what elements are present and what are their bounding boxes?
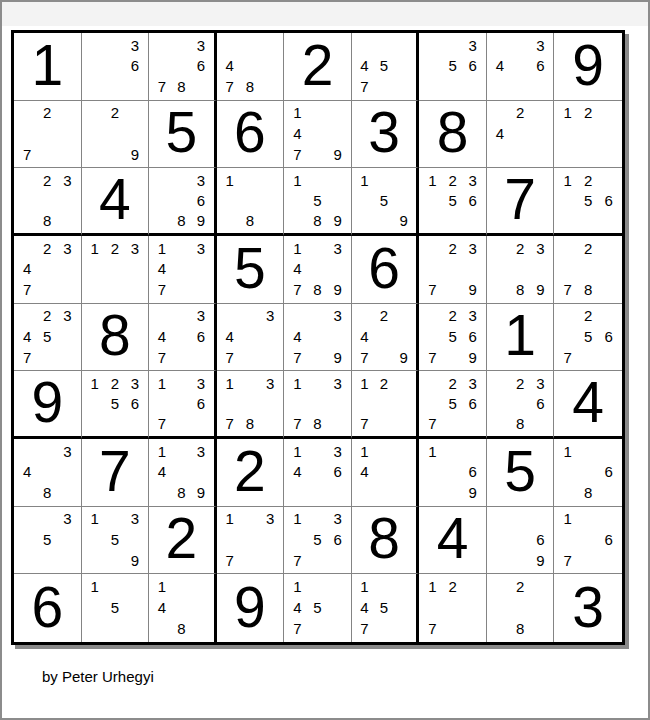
candidate-digit: 1 (355, 170, 375, 190)
candidate-slot-empty (530, 509, 550, 530)
candidate-slot-empty (394, 56, 414, 77)
given-digit: 6 (31, 579, 63, 636)
pencil-marks: 235679 (422, 306, 483, 368)
candidate-slot-empty (374, 393, 394, 413)
cell-r2c4[interactable]: 6 (217, 101, 285, 169)
cell-r1c6[interactable]: 457 (352, 33, 420, 101)
cell-r5c4[interactable]: 347 (217, 304, 285, 372)
candidate-slot-empty (557, 210, 578, 230)
pencil-marks: 28 (490, 576, 551, 639)
candidate-slot-empty (152, 618, 172, 639)
candidate-slot-empty (374, 462, 394, 483)
cell-r8c4[interactable]: 137 (217, 507, 285, 575)
candidate-digit: 3 (191, 35, 211, 56)
candidate-slot-empty (220, 190, 240, 210)
candidate-digit: 7 (557, 279, 578, 300)
pencil-marks: 69 (490, 509, 551, 571)
candidate-slot-empty (105, 56, 125, 77)
pencil-marks: 123 (85, 238, 146, 300)
candidate-slot-empty (355, 210, 375, 230)
cell-r7c2[interactable]: 7 (82, 439, 150, 507)
candidate-digit: 9 (463, 347, 483, 368)
candidate-slot-empty (37, 190, 57, 210)
cell-r4c1[interactable]: 2347 (14, 236, 82, 304)
candidate-digit: 7 (355, 618, 375, 639)
candidate-slot-empty (394, 482, 414, 503)
candidate-slot-empty (57, 144, 77, 165)
candidate-digit: 1 (287, 238, 307, 259)
cell-r7c4[interactable]: 2 (217, 439, 285, 507)
candidate-slot-empty (510, 509, 530, 530)
candidate-slot-empty (598, 306, 619, 327)
pencil-marks: 137 (220, 509, 281, 571)
candidate-slot-empty (463, 413, 483, 433)
candidate-slot-empty (578, 509, 599, 530)
candidate-digit: 1 (220, 373, 240, 393)
candidate-slot-empty (328, 259, 348, 280)
pencil-marks: 2379 (422, 238, 483, 300)
candidate-digit: 5 (307, 190, 327, 210)
pencil-marks: 1346 (287, 441, 348, 503)
cell-r5c5[interactable]: 3479 (284, 304, 352, 372)
candidate-digit: 4 (355, 56, 375, 77)
sudoku-board: 1363678478245735634692729561479382412238… (11, 30, 625, 645)
candidate-slot-empty (307, 509, 327, 530)
cell-r1c5[interactable]: 2 (284, 33, 352, 101)
cell-r5c1[interactable]: 23457 (14, 304, 82, 372)
candidate-digit: 6 (328, 462, 348, 483)
cell-r5c2[interactable]: 8 (82, 304, 150, 372)
candidate-digit: 9 (394, 347, 414, 368)
candidate-slot-empty (530, 144, 550, 165)
cell-r5c6[interactable]: 2479 (352, 304, 420, 372)
cell-r3c9[interactable]: 1256 (554, 168, 622, 236)
given-digit: 2 (166, 510, 198, 567)
cell-r2c2[interactable]: 29 (82, 101, 150, 169)
candidate-digit: 5 (443, 56, 463, 77)
candidate-digit: 1 (220, 170, 240, 190)
candidate-slot-empty (85, 76, 105, 97)
cell-r1c2[interactable]: 36 (82, 33, 150, 101)
candidate-slot-empty (422, 76, 442, 97)
cell-r4c4[interactable]: 5 (217, 236, 285, 304)
candidate-slot-empty (287, 190, 307, 210)
cell-r7c6[interactable]: 14 (352, 439, 420, 507)
candidate-slot-empty (125, 597, 145, 618)
cell-r2c7[interactable]: 8 (419, 101, 487, 169)
candidate-slot-empty (260, 56, 280, 77)
candidate-slot-empty (17, 482, 37, 503)
candidate-slot-empty (530, 123, 550, 144)
cell-r4c9[interactable]: 278 (554, 236, 622, 304)
cell-r4c8[interactable]: 2389 (487, 236, 555, 304)
candidate-slot-empty (355, 190, 375, 210)
candidate-digit: 6 (191, 56, 211, 77)
candidate-slot-empty (490, 35, 510, 56)
candidate-digit: 3 (191, 238, 211, 259)
given-digit: 9 (234, 579, 266, 636)
candidate-slot-empty (307, 103, 327, 124)
pencil-marks: 457 (355, 35, 414, 97)
cell-r1c7[interactable]: 356 (419, 33, 487, 101)
cell-r7c8[interactable]: 5 (487, 439, 555, 507)
candidate-slot-empty (220, 529, 240, 550)
cell-r3c8[interactable]: 7 (487, 168, 555, 236)
candidate-digit: 1 (85, 509, 105, 530)
candidate-slot-empty (307, 259, 327, 280)
candidate-slot-empty (490, 279, 510, 300)
cell-r4c6[interactable]: 6 (352, 236, 420, 304)
candidate-slot-empty (307, 482, 327, 503)
pencil-marks: 127 (422, 576, 483, 639)
candidate-slot-empty (152, 190, 172, 210)
candidate-digit: 2 (443, 238, 463, 259)
candidate-slot-empty (240, 347, 260, 368)
candidate-digit: 2 (105, 103, 125, 124)
candidate-digit: 7 (152, 76, 172, 97)
cell-r6c5[interactable]: 1378 (284, 371, 352, 439)
candidate-slot-empty (220, 393, 240, 413)
candidate-digit: 9 (191, 210, 211, 230)
candidate-digit: 9 (463, 482, 483, 503)
candidate-slot-empty (152, 35, 172, 56)
candidate-slot-empty (172, 259, 192, 280)
candidate-slot-empty (152, 482, 172, 503)
candidate-digit: 1 (152, 238, 172, 259)
candidate-slot-empty (172, 393, 192, 413)
cell-r8c9[interactable]: 167 (554, 507, 622, 575)
candidate-digit: 1 (557, 441, 578, 462)
cell-r7c3[interactable]: 13489 (149, 439, 217, 507)
given-digit: 8 (99, 307, 131, 364)
candidate-slot-empty (598, 259, 619, 280)
candidate-slot-empty (422, 462, 442, 483)
cell-r3c3[interactable]: 3689 (149, 168, 217, 236)
candidate-slot-empty (85, 413, 105, 433)
candidate-digit: 3 (57, 509, 77, 530)
candidate-digit: 3 (463, 35, 483, 56)
candidate-digit: 7 (152, 413, 172, 433)
candidate-digit: 3 (125, 509, 145, 530)
given-digit: 5 (166, 104, 198, 161)
candidate-digit: 7 (220, 76, 240, 97)
candidate-slot-empty (172, 413, 192, 433)
pencil-marks: 36 (85, 35, 146, 97)
pencil-marks: 159 (355, 170, 414, 230)
candidate-slot-empty (57, 103, 77, 124)
cell-r7c9[interactable]: 168 (554, 439, 622, 507)
candidate-slot-empty (490, 373, 510, 393)
candidate-slot-empty (105, 76, 125, 97)
candidate-slot-empty (57, 529, 77, 550)
candidate-digit: 1 (152, 373, 172, 393)
candidate-digit: 1 (422, 441, 442, 462)
candidate-slot-empty (152, 306, 172, 327)
candidate-slot-empty (328, 550, 348, 571)
cell-r2c3[interactable]: 5 (149, 101, 217, 169)
candidate-slot-empty (125, 618, 145, 639)
candidate-slot-empty (17, 190, 37, 210)
candidate-digit: 7 (422, 618, 442, 639)
candidate-slot-empty (510, 259, 530, 280)
cell-r3c2[interactable]: 4 (82, 168, 150, 236)
candidate-digit: 6 (530, 529, 550, 550)
candidate-slot-empty (105, 259, 125, 280)
candidate-slot-empty (530, 597, 550, 618)
cell-r9c6[interactable]: 1457 (352, 574, 420, 642)
candidate-slot-empty (598, 170, 619, 190)
candidate-slot-empty (328, 597, 348, 618)
candidate-slot-empty (85, 393, 105, 413)
cell-r3c4[interactable]: 18 (217, 168, 285, 236)
pencil-marks: 18 (220, 170, 281, 230)
cell-r9c3[interactable]: 148 (149, 574, 217, 642)
given-digit: 4 (437, 510, 469, 567)
cell-r9c8[interactable]: 28 (487, 574, 555, 642)
candidate-slot-empty (443, 441, 463, 462)
candidate-digit: 6 (598, 529, 619, 550)
candidate-digit: 3 (328, 373, 348, 393)
pencil-marks: 169 (422, 441, 483, 503)
candidate-digit: 5 (443, 326, 463, 347)
cell-r8c2[interactable]: 1359 (82, 507, 150, 575)
cell-r2c1[interactable]: 27 (14, 101, 82, 169)
candidate-slot-empty (598, 103, 619, 124)
cell-r7c5[interactable]: 1346 (284, 439, 352, 507)
candidate-digit: 7 (17, 279, 37, 300)
candidate-slot-empty (287, 306, 307, 327)
cell-r9c9[interactable]: 3 (554, 574, 622, 642)
candidate-digit: 3 (57, 441, 77, 462)
candidate-slot-empty (37, 441, 57, 462)
candidate-slot-empty (510, 550, 530, 571)
given-digit: 6 (368, 240, 400, 297)
cell-r2c5[interactable]: 1479 (284, 101, 352, 169)
candidate-digit: 7 (422, 413, 442, 433)
cell-r1c4[interactable]: 478 (217, 33, 285, 101)
cell-r6c2[interactable]: 12356 (82, 371, 150, 439)
cell-r8c5[interactable]: 13567 (284, 507, 352, 575)
candidate-slot-empty (85, 144, 105, 165)
cell-r5c7[interactable]: 235679 (419, 304, 487, 372)
candidate-slot-empty (394, 597, 414, 618)
candidate-digit: 3 (57, 170, 77, 190)
candidate-digit: 3 (530, 35, 550, 56)
candidate-digit: 3 (191, 441, 211, 462)
cell-r9c1[interactable]: 6 (14, 574, 82, 642)
cell-r8c6[interactable]: 8 (352, 507, 420, 575)
pencil-marks: 2567 (557, 306, 619, 368)
candidate-slot-empty (260, 347, 280, 368)
candidate-digit: 8 (172, 618, 192, 639)
cell-r5c9[interactable]: 2567 (554, 304, 622, 372)
cell-r8c1[interactable]: 35 (14, 507, 82, 575)
candidate-slot-empty (85, 529, 105, 550)
pencil-marks: 1378 (287, 373, 348, 433)
candidate-slot-empty (443, 210, 463, 230)
cell-r6c6[interactable]: 127 (352, 371, 420, 439)
cell-r1c1[interactable]: 1 (14, 33, 82, 101)
candidate-digit: 7 (287, 618, 307, 639)
candidate-slot-empty (530, 103, 550, 124)
pencil-marks: 478 (220, 35, 281, 97)
candidate-slot-empty (422, 326, 442, 347)
cell-r3c1[interactable]: 238 (14, 168, 82, 236)
candidate-slot-empty (374, 347, 394, 368)
cell-r2c6[interactable]: 3 (352, 101, 420, 169)
candidate-digit: 9 (394, 210, 414, 230)
candidate-slot-empty (374, 413, 394, 433)
cell-r8c8[interactable]: 69 (487, 507, 555, 575)
pencil-marks: 2479 (355, 306, 414, 368)
candidate-slot-empty (443, 413, 463, 433)
cell-r4c2[interactable]: 123 (82, 236, 150, 304)
candidate-slot-empty (307, 373, 327, 393)
candidate-slot-empty (328, 103, 348, 124)
candidate-slot-empty (598, 238, 619, 259)
candidate-slot-empty (172, 279, 192, 300)
candidate-digit: 6 (463, 190, 483, 210)
candidate-slot-empty (85, 279, 105, 300)
candidate-slot-empty (85, 259, 105, 280)
cell-r3c6[interactable]: 159 (352, 168, 420, 236)
candidate-slot-empty (490, 238, 510, 259)
candidate-digit: 8 (307, 210, 327, 230)
candidate-digit: 3 (57, 306, 77, 327)
pencil-marks: 12356 (422, 170, 483, 230)
cell-r6c3[interactable]: 1367 (149, 371, 217, 439)
candidate-slot-empty (443, 259, 463, 280)
cell-r3c7[interactable]: 12356 (419, 168, 487, 236)
pencil-marks: 278 (557, 238, 619, 300)
pencil-marks: 27 (17, 103, 78, 165)
candidate-digit: 8 (578, 279, 599, 300)
candidate-slot-empty (17, 170, 37, 190)
candidate-digit: 7 (422, 279, 442, 300)
cell-r1c9[interactable]: 9 (554, 33, 622, 101)
cell-r6c7[interactable]: 23567 (419, 371, 487, 439)
candidate-digit: 7 (152, 347, 172, 368)
candidate-slot-empty (422, 56, 442, 77)
candidate-slot-empty (37, 259, 57, 280)
candidate-slot-empty (598, 509, 619, 530)
candidate-digit: 7 (287, 347, 307, 368)
cell-r4c5[interactable]: 134789 (284, 236, 352, 304)
candidate-slot-empty (307, 238, 327, 259)
candidate-digit: 7 (422, 347, 442, 368)
candidate-slot-empty (328, 576, 348, 597)
candidate-slot-empty (307, 123, 327, 144)
candidate-slot-empty (17, 550, 37, 571)
candidate-slot-empty (240, 326, 260, 347)
cell-r2c8[interactable]: 24 (487, 101, 555, 169)
candidate-slot-empty (557, 306, 578, 327)
candidate-slot-empty (490, 550, 510, 571)
candidate-digit: 1 (85, 373, 105, 393)
candidate-slot-empty (220, 35, 240, 56)
candidate-slot-empty (172, 347, 192, 368)
candidate-slot-empty (125, 76, 145, 97)
candidate-slot-empty (598, 441, 619, 462)
cell-r6c4[interactable]: 1378 (217, 371, 285, 439)
cell-r4c3[interactable]: 1347 (149, 236, 217, 304)
cell-r2c9[interactable]: 12 (554, 101, 622, 169)
candidate-digit: 2 (374, 373, 394, 393)
cell-r9c4[interactable]: 9 (217, 574, 285, 642)
candidate-digit: 1 (355, 576, 375, 597)
cell-r8c7[interactable]: 4 (419, 507, 487, 575)
candidate-slot-empty (260, 76, 280, 97)
cell-r5c3[interactable]: 3467 (149, 304, 217, 372)
candidate-digit: 1 (287, 103, 307, 124)
cell-r9c5[interactable]: 1457 (284, 574, 352, 642)
candidate-digit: 3 (191, 170, 211, 190)
cell-r7c1[interactable]: 348 (14, 439, 82, 507)
candidate-digit: 2 (578, 170, 599, 190)
candidate-slot-empty (307, 144, 327, 165)
candidate-slot-empty (240, 373, 260, 393)
cell-r1c8[interactable]: 346 (487, 33, 555, 101)
cell-r9c2[interactable]: 15 (82, 574, 150, 642)
candidate-slot-empty (191, 279, 211, 300)
candidate-slot-empty (85, 550, 105, 571)
candidate-digit: 1 (557, 509, 578, 530)
candidate-digit: 1 (287, 441, 307, 462)
candidate-slot-empty (598, 347, 619, 368)
candidate-slot-empty (191, 76, 211, 97)
candidate-slot-empty (260, 393, 280, 413)
candidate-slot-empty (557, 238, 578, 259)
pencil-marks: 3678 (152, 35, 211, 97)
candidate-digit: 6 (191, 393, 211, 413)
pencil-marks: 127 (355, 373, 414, 433)
candidate-slot-empty (490, 509, 510, 530)
candidate-slot-empty (240, 190, 260, 210)
candidate-digit: 1 (85, 576, 105, 597)
page: 1363678478245735634692729561479382412238… (0, 0, 650, 720)
candidate-slot-empty (172, 373, 192, 393)
candidate-digit: 8 (37, 482, 57, 503)
candidate-digit: 8 (510, 618, 530, 639)
candidate-slot-empty (105, 123, 125, 144)
cell-r6c9[interactable]: 4 (554, 371, 622, 439)
candidate-slot-empty (463, 210, 483, 230)
cell-r9c7[interactable]: 127 (419, 574, 487, 642)
cell-r4c7[interactable]: 2379 (419, 236, 487, 304)
candidate-digit: 6 (598, 190, 619, 210)
cell-r8c3[interactable]: 2 (149, 507, 217, 575)
candidate-slot-empty (85, 618, 105, 639)
cell-r3c5[interactable]: 1589 (284, 168, 352, 236)
candidate-digit: 7 (287, 413, 307, 433)
candidate-slot-empty (578, 529, 599, 550)
candidate-digit: 9 (328, 279, 348, 300)
cell-r5c8[interactable]: 1 (487, 304, 555, 372)
candidate-slot-empty (598, 123, 619, 144)
cell-r7c7[interactable]: 169 (419, 439, 487, 507)
candidate-digit: 2 (37, 306, 57, 327)
cell-r6c1[interactable]: 9 (14, 371, 82, 439)
candidate-slot-empty (105, 618, 125, 639)
candidate-slot-empty (125, 103, 145, 124)
pencil-marks: 14 (355, 441, 414, 503)
cell-r1c3[interactable]: 3678 (149, 33, 217, 101)
candidate-digit: 3 (328, 509, 348, 530)
candidate-digit: 1 (287, 576, 307, 597)
candidate-digit: 6 (191, 190, 211, 210)
cell-r6c8[interactable]: 2368 (487, 371, 555, 439)
candidate-slot-empty (85, 35, 105, 56)
